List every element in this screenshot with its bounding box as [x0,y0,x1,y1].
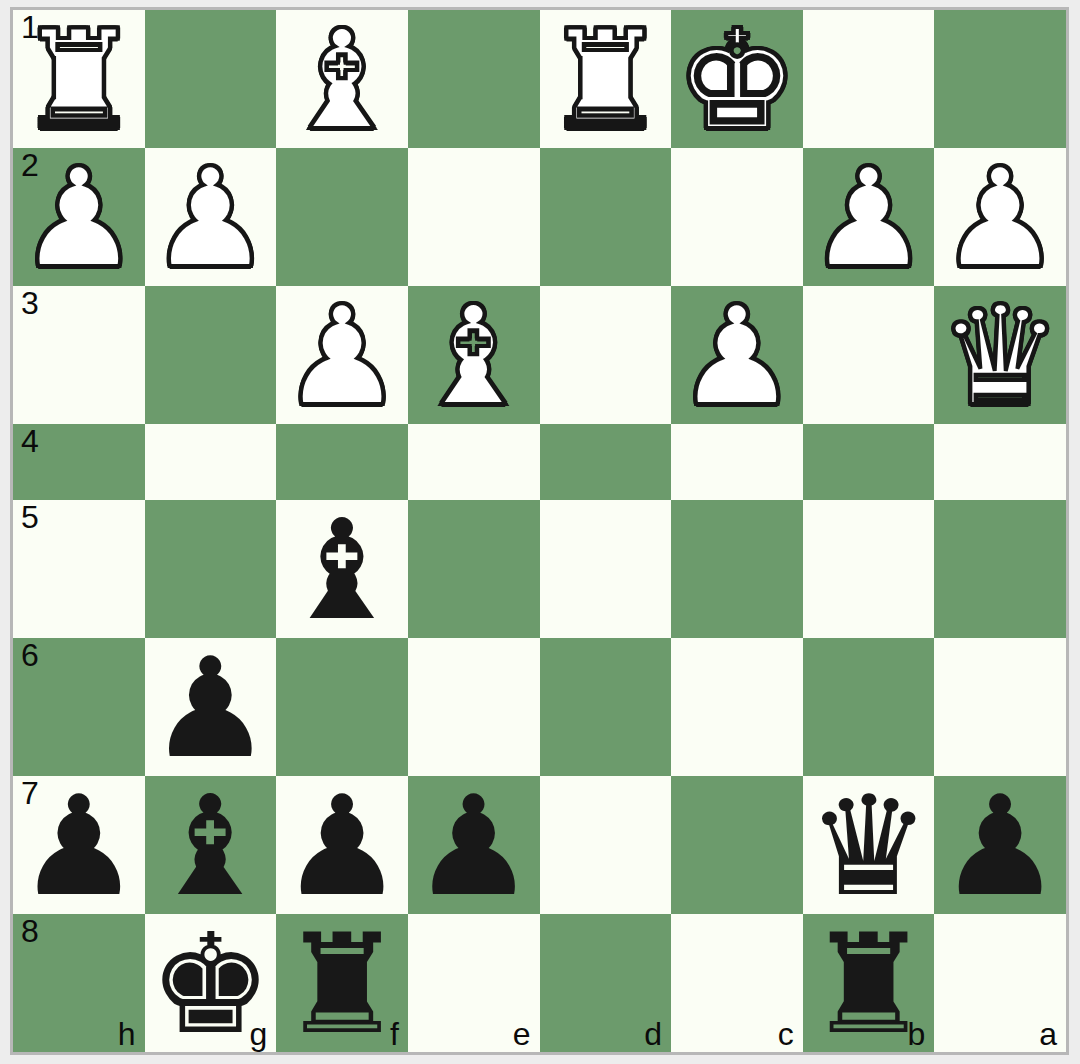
black-pawn-g6[interactable]: ♟ [149,640,273,778]
black-rook-b8[interactable]: ♜ [807,916,931,1054]
square-f4[interactable] [276,424,408,500]
square-b6[interactable] [803,638,935,776]
file-label-h: h [118,1018,136,1050]
square-g7[interactable]: ♝ [145,776,277,914]
square-a4[interactable] [934,424,1066,500]
square-f2[interactable] [276,148,408,286]
square-e5[interactable] [408,500,540,638]
square-e6[interactable] [408,638,540,776]
square-g3[interactable] [145,286,277,424]
square-h3[interactable]: 3 [13,286,145,424]
square-d1[interactable]: ♜ [540,10,672,148]
square-b2[interactable]: ♟ [803,148,935,286]
square-e2[interactable] [408,148,540,286]
white-pawn-c3[interactable]: ♟ [675,288,799,426]
file-label-a: a [1039,1018,1057,1050]
rank-label-3: 3 [21,287,39,321]
square-d5[interactable] [540,500,672,638]
square-d2[interactable] [540,148,672,286]
white-bishop-e3[interactable]: ♝ [412,288,536,426]
square-h8[interactable]: 8h [13,914,145,1052]
square-a7[interactable]: ♟ [934,776,1066,914]
square-c3[interactable]: ♟ [671,286,803,424]
square-g6[interactable]: ♟ [145,638,277,776]
square-g5[interactable] [145,500,277,638]
square-g8[interactable]: g♚ [145,914,277,1052]
square-d7[interactable] [540,776,672,914]
square-g4[interactable] [145,424,277,500]
square-f6[interactable] [276,638,408,776]
square-b5[interactable] [803,500,935,638]
black-queen-b7[interactable]: ♛ [807,778,931,916]
square-a8[interactable]: a [934,914,1066,1052]
square-h2[interactable]: 2♟ [13,148,145,286]
white-pawn-h2[interactable]: ♟ [17,150,141,288]
square-g2[interactable]: ♟ [145,148,277,286]
white-pawn-a2[interactable]: ♟ [938,150,1062,288]
white-queen-a3[interactable]: ♛ [938,288,1062,426]
rank-label-6: 6 [21,639,39,673]
square-a5[interactable] [934,500,1066,638]
rank-label-5: 5 [21,501,39,535]
black-bishop-g7[interactable]: ♝ [149,778,273,916]
white-pawn-g2[interactable]: ♟ [149,150,273,288]
white-king-c1[interactable]: ♚ [675,12,799,150]
square-h5[interactable]: 5 [13,500,145,638]
square-f3[interactable]: ♟ [276,286,408,424]
white-pawn-f3[interactable]: ♟ [280,288,404,426]
black-pawn-e7[interactable]: ♟ [412,778,536,916]
white-rook-h1[interactable]: ♜ [17,12,141,150]
board-frame: 1♜♝♜♚2♟♟♟♟3♟♝♟♛45♝6♟7♟♝♟♟♛♟8hg♚f♜edcb♜a [10,7,1069,1055]
rank-label-8: 8 [21,915,39,949]
square-e1[interactable] [408,10,540,148]
square-b3[interactable] [803,286,935,424]
square-f8[interactable]: f♜ [276,914,408,1052]
chess-board: 1♜♝♜♚2♟♟♟♟3♟♝♟♛45♝6♟7♟♝♟♟♛♟8hg♚f♜edcb♜a [13,10,1066,1052]
square-h1[interactable]: 1♜ [13,10,145,148]
black-rook-f8[interactable]: ♜ [280,916,404,1054]
square-b1[interactable] [803,10,935,148]
black-pawn-h7[interactable]: ♟ [17,778,141,916]
square-f7[interactable]: ♟ [276,776,408,914]
black-king-g8[interactable]: ♚ [149,916,273,1054]
square-c5[interactable] [671,500,803,638]
square-h4[interactable]: 4 [13,424,145,500]
square-e8[interactable]: e [408,914,540,1052]
white-bishop-f1[interactable]: ♝ [280,12,404,150]
square-b8[interactable]: b♜ [803,914,935,1052]
square-c1[interactable]: ♚ [671,10,803,148]
square-g1[interactable] [145,10,277,148]
square-d6[interactable] [540,638,672,776]
file-label-c: c [778,1018,794,1050]
square-b7[interactable]: ♛ [803,776,935,914]
square-a1[interactable] [934,10,1066,148]
square-f5[interactable]: ♝ [276,500,408,638]
square-a3[interactable]: ♛ [934,286,1066,424]
square-c8[interactable]: c [671,914,803,1052]
rank-label-4: 4 [21,425,39,459]
square-h6[interactable]: 6 [13,638,145,776]
square-d8[interactable]: d [540,914,672,1052]
square-h7[interactable]: 7♟ [13,776,145,914]
square-c4[interactable] [671,424,803,500]
square-e4[interactable] [408,424,540,500]
square-e3[interactable]: ♝ [408,286,540,424]
square-b4[interactable] [803,424,935,500]
square-c7[interactable] [671,776,803,914]
square-e7[interactable]: ♟ [408,776,540,914]
square-c6[interactable] [671,638,803,776]
square-c2[interactable] [671,148,803,286]
square-a6[interactable] [934,638,1066,776]
black-bishop-f5[interactable]: ♝ [280,502,404,640]
file-label-d: d [644,1018,662,1050]
square-a2[interactable]: ♟ [934,148,1066,286]
white-pawn-b2[interactable]: ♟ [807,150,931,288]
black-pawn-a7[interactable]: ♟ [938,778,1062,916]
square-d3[interactable] [540,286,672,424]
square-f1[interactable]: ♝ [276,10,408,148]
white-rook-d1[interactable]: ♜ [543,12,667,150]
black-pawn-f7[interactable]: ♟ [280,778,404,916]
file-label-e: e [513,1018,531,1050]
square-d4[interactable] [540,424,672,500]
